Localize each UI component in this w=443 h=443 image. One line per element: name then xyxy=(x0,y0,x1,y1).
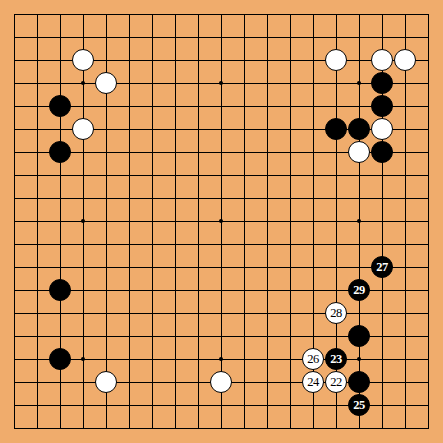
grid-vline xyxy=(244,14,245,429)
stone-black-c7 xyxy=(49,279,71,301)
star-point xyxy=(357,357,361,361)
stone-black-r13 xyxy=(371,141,393,163)
stone-move-number: 27 xyxy=(376,260,388,273)
stone-white-o4: 26 xyxy=(302,348,324,370)
grid-hline xyxy=(14,267,429,268)
stone-white-q13 xyxy=(348,141,370,163)
stone-white-k3 xyxy=(210,371,232,393)
stone-black-r15 xyxy=(371,95,393,117)
star-point xyxy=(357,81,361,85)
go-board[interactable]: 2729282623242225 xyxy=(0,0,443,443)
stone-white-r17 xyxy=(371,49,393,71)
stone-move-number: 22 xyxy=(330,375,342,388)
grid-hline xyxy=(14,313,429,314)
grid-vline xyxy=(267,14,268,429)
star-point xyxy=(81,357,85,361)
stone-white-d17 xyxy=(72,49,94,71)
grid-vline xyxy=(428,14,429,429)
stone-black-q2: 25 xyxy=(348,394,370,416)
stone-black-q5 xyxy=(348,325,370,347)
stone-black-r16 xyxy=(371,72,393,94)
star-point xyxy=(357,219,361,223)
star-point xyxy=(81,81,85,85)
stone-white-p6: 28 xyxy=(325,302,347,324)
stone-white-e3 xyxy=(95,371,117,393)
stone-black-q7: 29 xyxy=(348,279,370,301)
stone-move-number: 28 xyxy=(330,306,342,319)
stone-white-p3: 22 xyxy=(325,371,347,393)
stone-black-c4 xyxy=(49,348,71,370)
stone-move-number: 26 xyxy=(307,352,319,365)
stone-black-p14 xyxy=(325,118,347,140)
star-point xyxy=(219,219,223,223)
stone-black-q14 xyxy=(348,118,370,140)
stone-white-r14 xyxy=(371,118,393,140)
stone-black-q3 xyxy=(348,371,370,393)
grid-vline xyxy=(290,14,291,429)
grid-hline xyxy=(14,428,429,429)
grid-hline xyxy=(14,244,429,245)
star-point xyxy=(219,81,223,85)
stone-black-c15 xyxy=(49,95,71,117)
stone-black-c13 xyxy=(49,141,71,163)
stone-white-o3: 24 xyxy=(302,371,324,393)
star-point xyxy=(81,219,85,223)
star-point xyxy=(219,357,223,361)
stone-white-e16 xyxy=(95,72,117,94)
stone-black-r8: 27 xyxy=(371,256,393,278)
stone-move-number: 25 xyxy=(353,398,365,411)
stone-move-number: 29 xyxy=(353,283,365,296)
stone-white-p17 xyxy=(325,49,347,71)
stone-white-s17 xyxy=(394,49,416,71)
stone-black-p4: 23 xyxy=(325,348,347,370)
stone-move-number: 24 xyxy=(307,375,319,388)
grid-vline xyxy=(405,14,406,429)
stone-move-number: 23 xyxy=(330,352,342,365)
stone-white-d14 xyxy=(72,118,94,140)
